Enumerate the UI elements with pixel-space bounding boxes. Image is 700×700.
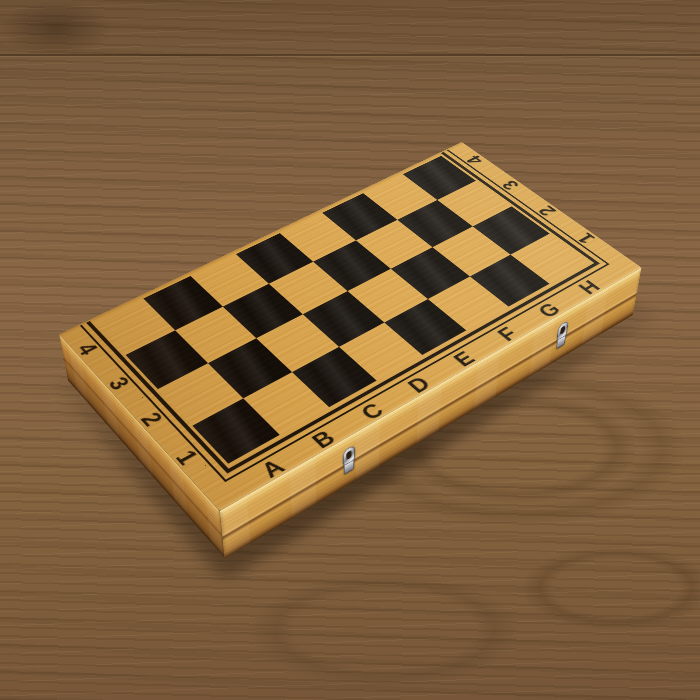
square-c1: [292, 347, 377, 408]
file-labels: ABCDEFGH: [239, 270, 617, 491]
square-c2: [256, 314, 338, 372]
square-b3: [175, 306, 256, 363]
square-a1: [192, 398, 280, 464]
square-d1: [339, 322, 423, 380]
chess-box: ABCDEFGH 4321 4321: [59, 142, 642, 511]
square-b1: [243, 372, 329, 435]
square-b2: [208, 338, 292, 398]
front-clasp-left: [341, 443, 357, 477]
square-a4: [94, 299, 174, 355]
square-a2: [158, 363, 243, 425]
scene-stage: ABCDEFGH 4321 4321: [0, 0, 700, 700]
square-a3: [125, 330, 208, 389]
front-clasp-right: [554, 319, 570, 351]
square-e1: [384, 299, 466, 355]
